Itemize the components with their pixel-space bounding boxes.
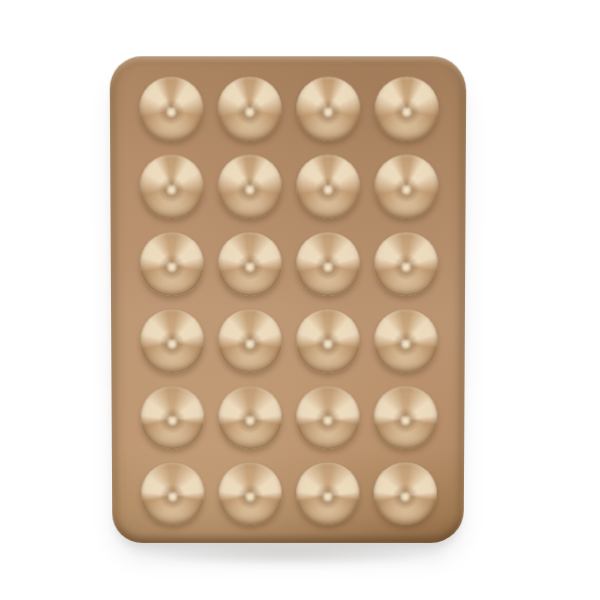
suction-cup-bump	[374, 309, 438, 373]
suction-cup-bump	[140, 309, 204, 373]
suction-cup-grid	[139, 77, 439, 526]
suction-cup-bump	[140, 232, 204, 296]
suction-cup-bump	[218, 309, 282, 373]
suction-cup-bump	[140, 386, 204, 449]
suction-cup-bump	[296, 77, 360, 142]
silicone-pad	[110, 56, 467, 543]
suction-cup-bump	[141, 462, 205, 525]
suction-cup-bump	[139, 77, 204, 142]
suction-cup-bump	[373, 462, 437, 525]
suction-cup-bump	[139, 154, 203, 218]
suction-cup-bump	[296, 386, 360, 449]
suction-cup-bump	[218, 154, 282, 218]
suction-cup-bump	[296, 232, 360, 296]
suction-cup-bump	[296, 154, 360, 218]
suction-cup-bump	[374, 77, 439, 142]
suction-cup-bump	[218, 386, 282, 449]
suction-cup-bump	[374, 232, 438, 296]
suction-cup-bump	[218, 462, 282, 525]
suction-cup-bump	[217, 77, 281, 142]
product-photo	[0, 0, 600, 600]
suction-cup-bump	[218, 232, 282, 296]
suction-cup-bump	[374, 154, 438, 218]
suction-cup-bump	[296, 309, 360, 373]
suction-cup-bump	[374, 386, 438, 449]
suction-cup-bump	[296, 462, 360, 525]
pad-drop-shadow	[128, 544, 452, 566]
